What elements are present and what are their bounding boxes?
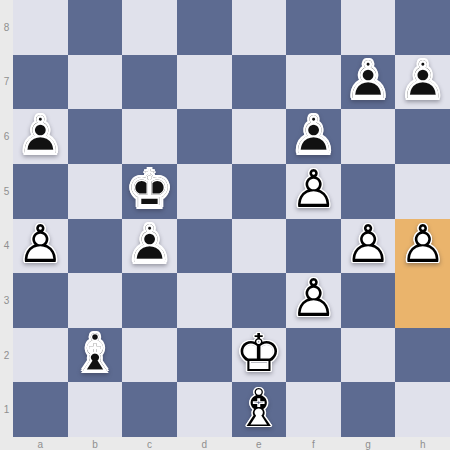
square-a8[interactable] bbox=[13, 0, 68, 55]
square-f3[interactable]: ♟♙ bbox=[286, 273, 341, 328]
square-a5[interactable] bbox=[13, 164, 68, 219]
white-king[interactable]: ♚♔ bbox=[232, 328, 287, 383]
file-labels: abcdefgh bbox=[13, 437, 450, 450]
square-c4[interactable]: ♟♙ bbox=[122, 219, 177, 274]
square-f6[interactable]: ♟♙ bbox=[286, 109, 341, 164]
square-g7[interactable]: ♟♙ bbox=[341, 55, 396, 110]
black-pawn[interactable]: ♟♙ bbox=[122, 219, 177, 274]
square-d6[interactable] bbox=[177, 109, 232, 164]
square-e4[interactable] bbox=[232, 219, 287, 274]
square-c1[interactable] bbox=[122, 382, 177, 437]
square-b6[interactable] bbox=[68, 109, 123, 164]
square-c5[interactable]: ♚♔ bbox=[122, 164, 177, 219]
white-pawn[interactable]: ♟♙ bbox=[286, 164, 341, 219]
square-d1[interactable] bbox=[177, 382, 232, 437]
file-label-c: c bbox=[122, 437, 177, 450]
black-pawn[interactable]: ♟♙ bbox=[286, 109, 341, 164]
rank-label-6: 6 bbox=[0, 109, 13, 164]
square-c2[interactable] bbox=[122, 328, 177, 383]
square-h1[interactable] bbox=[395, 382, 450, 437]
file-label-a: a bbox=[13, 437, 68, 450]
square-a2[interactable] bbox=[13, 328, 68, 383]
square-a3[interactable] bbox=[13, 273, 68, 328]
square-f2[interactable] bbox=[286, 328, 341, 383]
square-a4[interactable]: ♟♙ bbox=[13, 219, 68, 274]
white-pawn[interactable]: ♟♙ bbox=[395, 219, 450, 274]
square-c8[interactable] bbox=[122, 0, 177, 55]
square-f5[interactable]: ♟♙ bbox=[286, 164, 341, 219]
square-c7[interactable] bbox=[122, 55, 177, 110]
square-b7[interactable] bbox=[68, 55, 123, 110]
rank-label-4: 4 bbox=[0, 219, 13, 274]
white-pawn[interactable]: ♟♙ bbox=[286, 273, 341, 328]
file-label-g: g bbox=[341, 437, 396, 450]
rank-label-1: 1 bbox=[0, 382, 13, 437]
square-c3[interactable] bbox=[122, 273, 177, 328]
square-h7[interactable]: ♟♙ bbox=[395, 55, 450, 110]
square-g8[interactable] bbox=[341, 0, 396, 55]
square-d5[interactable] bbox=[177, 164, 232, 219]
square-h5[interactable] bbox=[395, 164, 450, 219]
square-g2[interactable] bbox=[341, 328, 396, 383]
square-d8[interactable] bbox=[177, 0, 232, 55]
square-f1[interactable] bbox=[286, 382, 341, 437]
square-e7[interactable] bbox=[232, 55, 287, 110]
rank-label-2: 2 bbox=[0, 328, 13, 383]
file-label-d: d bbox=[177, 437, 232, 450]
square-b8[interactable] bbox=[68, 0, 123, 55]
file-label-e: e bbox=[232, 437, 287, 450]
square-f4[interactable] bbox=[286, 219, 341, 274]
rank-label-8: 8 bbox=[0, 0, 13, 55]
square-d2[interactable] bbox=[177, 328, 232, 383]
black-pawn[interactable]: ♟♙ bbox=[13, 109, 68, 164]
square-b3[interactable] bbox=[68, 273, 123, 328]
square-g1[interactable] bbox=[341, 382, 396, 437]
square-e2[interactable]: ♚♔ bbox=[232, 328, 287, 383]
file-label-b: b bbox=[68, 437, 123, 450]
square-f8[interactable] bbox=[286, 0, 341, 55]
square-a7[interactable] bbox=[13, 55, 68, 110]
file-label-h: h bbox=[395, 437, 450, 450]
file-label-f: f bbox=[286, 437, 341, 450]
chess-board-panel: 87654321 ♟♙♟♙♟♙♟♙♚♔♟♙♟♙♟♙♟♙♟♙♟♙♝♗♚♔♝♗ ab… bbox=[0, 0, 450, 450]
square-b1[interactable] bbox=[68, 382, 123, 437]
square-b5[interactable] bbox=[68, 164, 123, 219]
square-e6[interactable] bbox=[232, 109, 287, 164]
square-h6[interactable] bbox=[395, 109, 450, 164]
rank-label-3: 3 bbox=[0, 273, 13, 328]
square-g6[interactable] bbox=[341, 109, 396, 164]
black-king[interactable]: ♚♔ bbox=[122, 164, 177, 219]
board: ♟♙♟♙♟♙♟♙♚♔♟♙♟♙♟♙♟♙♟♙♟♙♝♗♚♔♝♗ bbox=[13, 0, 450, 437]
square-e1[interactable]: ♝♗ bbox=[232, 382, 287, 437]
square-c6[interactable] bbox=[122, 109, 177, 164]
square-f7[interactable] bbox=[286, 55, 341, 110]
square-e8[interactable] bbox=[232, 0, 287, 55]
white-pawn[interactable]: ♟♙ bbox=[341, 219, 396, 274]
square-a1[interactable] bbox=[13, 382, 68, 437]
square-h4[interactable]: ♟♙ bbox=[395, 219, 450, 274]
square-d4[interactable] bbox=[177, 219, 232, 274]
black-pawn[interactable]: ♟♙ bbox=[341, 55, 396, 110]
black-pawn[interactable]: ♟♙ bbox=[395, 55, 450, 110]
square-d3[interactable] bbox=[177, 273, 232, 328]
square-g4[interactable]: ♟♙ bbox=[341, 219, 396, 274]
white-bishop[interactable]: ♝♗ bbox=[232, 382, 287, 437]
square-a6[interactable]: ♟♙ bbox=[13, 109, 68, 164]
square-e3[interactable] bbox=[232, 273, 287, 328]
rank-label-5: 5 bbox=[0, 164, 13, 219]
square-g5[interactable] bbox=[341, 164, 396, 219]
square-h3[interactable] bbox=[395, 273, 450, 328]
black-bishop[interactable]: ♝♗ bbox=[68, 328, 123, 383]
square-b2[interactable]: ♝♗ bbox=[68, 328, 123, 383]
rank-label-7: 7 bbox=[0, 55, 13, 110]
square-d7[interactable] bbox=[177, 55, 232, 110]
square-g3[interactable] bbox=[341, 273, 396, 328]
square-e5[interactable] bbox=[232, 164, 287, 219]
square-h8[interactable] bbox=[395, 0, 450, 55]
white-pawn[interactable]: ♟♙ bbox=[13, 219, 68, 274]
square-h2[interactable] bbox=[395, 328, 450, 383]
square-b4[interactable] bbox=[68, 219, 123, 274]
rank-labels: 87654321 bbox=[0, 0, 13, 437]
